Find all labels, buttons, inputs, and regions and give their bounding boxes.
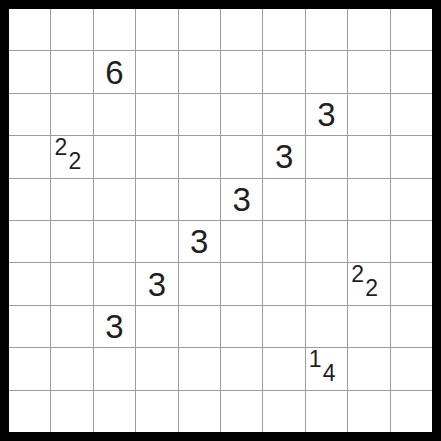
cell-r8c9[interactable] [391, 348, 432, 389]
cell-r5c6[interactable] [263, 221, 304, 262]
cell-r9c2[interactable] [94, 391, 135, 432]
cell-r7c6[interactable] [263, 306, 304, 347]
clue-number: 3 [317, 98, 335, 131]
cell-r4c0[interactable] [9, 179, 50, 220]
cell-r1c3[interactable] [136, 51, 177, 92]
cell-r4c4[interactable] [179, 179, 220, 220]
cell-r5c1[interactable] [51, 221, 92, 262]
cell-r0c2[interactable] [94, 9, 135, 50]
cell-r5c9[interactable] [391, 221, 432, 262]
cell-r6c0[interactable] [9, 263, 50, 304]
cell-r9c5[interactable] [221, 391, 262, 432]
cell-r9c0[interactable] [9, 391, 50, 432]
clue-number: 3 [233, 183, 251, 216]
cell-r2c4[interactable] [179, 94, 220, 135]
clue-number: 1 [309, 348, 322, 371]
cell-r1c4[interactable] [179, 51, 220, 92]
cell-r6c6[interactable] [263, 263, 304, 304]
clue-number: 2 [351, 263, 364, 286]
clue-cell-r6c8: 22 [348, 263, 389, 304]
cell-r1c0[interactable] [9, 51, 50, 92]
clue-cell-r8c7: 14 [306, 348, 347, 389]
cell-r3c5[interactable] [221, 136, 262, 177]
cell-r7c1[interactable] [51, 306, 92, 347]
cell-r2c0[interactable] [9, 94, 50, 135]
cell-r0c3[interactable] [136, 9, 177, 50]
clue-number: 3 [105, 310, 123, 343]
clue-number: 6 [105, 56, 123, 89]
cell-r5c0[interactable] [9, 221, 50, 262]
cell-r2c5[interactable] [221, 94, 262, 135]
cell-r8c2[interactable] [94, 348, 135, 389]
cell-r5c3[interactable] [136, 221, 177, 262]
clue-number: 3 [148, 268, 166, 301]
clue-cell-r3c1: 22 [51, 136, 92, 177]
cell-r1c6[interactable] [263, 51, 304, 92]
cell-r8c4[interactable] [179, 348, 220, 389]
clue-cell-r3c6: 3 [263, 136, 304, 177]
puzzle-grid: 6322333322314 [9, 9, 432, 432]
cell-r1c7[interactable] [306, 51, 347, 92]
cell-r8c0[interactable] [9, 348, 50, 389]
cell-r2c1[interactable] [51, 94, 92, 135]
cell-r1c1[interactable] [51, 51, 92, 92]
cell-r6c2[interactable] [94, 263, 135, 304]
clue-number: 2 [54, 136, 67, 159]
cell-r7c5[interactable] [221, 306, 262, 347]
cell-r3c0[interactable] [9, 136, 50, 177]
cell-r4c9[interactable] [391, 179, 432, 220]
cell-r3c8[interactable] [348, 136, 389, 177]
cell-r7c3[interactable] [136, 306, 177, 347]
cell-r2c8[interactable] [348, 94, 389, 135]
cell-r5c8[interactable] [348, 221, 389, 262]
cell-r9c9[interactable] [391, 391, 432, 432]
cell-r0c5[interactable] [221, 9, 262, 50]
cell-r4c2[interactable] [94, 179, 135, 220]
cell-r2c6[interactable] [263, 94, 304, 135]
cell-r7c0[interactable] [9, 306, 50, 347]
cell-r0c1[interactable] [51, 9, 92, 50]
cell-r9c6[interactable] [263, 391, 304, 432]
clue-cell-r4c5: 3 [221, 179, 262, 220]
clue-number: 2 [68, 150, 81, 173]
cell-r2c9[interactable] [391, 94, 432, 135]
cell-r9c1[interactable] [51, 391, 92, 432]
cell-r8c8[interactable] [348, 348, 389, 389]
cell-r5c2[interactable] [94, 221, 135, 262]
clue-number: 3 [275, 140, 293, 173]
clue-cell-r2c7: 3 [306, 94, 347, 135]
cell-r4c1[interactable] [51, 179, 92, 220]
cell-r8c1[interactable] [51, 348, 92, 389]
cell-r1c5[interactable] [221, 51, 262, 92]
cell-r9c3[interactable] [136, 391, 177, 432]
clue-cell-r7c2: 3 [94, 306, 135, 347]
cell-r0c9[interactable] [391, 9, 432, 50]
cell-r4c6[interactable] [263, 179, 304, 220]
cell-r0c4[interactable] [179, 9, 220, 50]
cell-r0c0[interactable] [9, 9, 50, 50]
cell-r2c2[interactable] [94, 94, 135, 135]
clue-number: 4 [323, 362, 336, 385]
cell-r6c4[interactable] [179, 263, 220, 304]
cell-r8c6[interactable] [263, 348, 304, 389]
clue-cell-r6c3: 3 [136, 263, 177, 304]
cell-r4c7[interactable] [306, 179, 347, 220]
cell-r0c7[interactable] [306, 9, 347, 50]
cell-r6c5[interactable] [221, 263, 262, 304]
cell-r8c3[interactable] [136, 348, 177, 389]
cell-r6c1[interactable] [51, 263, 92, 304]
clue-number: 3 [190, 225, 208, 258]
cell-r7c4[interactable] [179, 306, 220, 347]
clue-number: 2 [365, 277, 378, 300]
cell-r9c4[interactable] [179, 391, 220, 432]
cell-r4c3[interactable] [136, 179, 177, 220]
cell-r2c3[interactable] [136, 94, 177, 135]
cell-r3c9[interactable] [391, 136, 432, 177]
clue-cell-r1c2: 6 [94, 51, 135, 92]
cell-r3c3[interactable] [136, 136, 177, 177]
cell-r3c7[interactable] [306, 136, 347, 177]
cell-r6c7[interactable] [306, 263, 347, 304]
cell-r3c4[interactable] [179, 136, 220, 177]
cell-r1c8[interactable] [348, 51, 389, 92]
cell-r9c7[interactable] [306, 391, 347, 432]
cell-r0c6[interactable] [263, 9, 304, 50]
cell-r6c9[interactable] [391, 263, 432, 304]
cell-r9c8[interactable] [348, 391, 389, 432]
cell-r5c5[interactable] [221, 221, 262, 262]
clue-cell-r5c4: 3 [179, 221, 220, 262]
tapa-board: 6322333322314 [0, 0, 441, 441]
cell-r7c9[interactable] [391, 306, 432, 347]
cell-r0c8[interactable] [348, 9, 389, 50]
cell-r1c9[interactable] [391, 51, 432, 92]
cell-r4c8[interactable] [348, 179, 389, 220]
cell-r7c8[interactable] [348, 306, 389, 347]
cell-r5c7[interactable] [306, 221, 347, 262]
cell-r3c2[interactable] [94, 136, 135, 177]
cell-r7c7[interactable] [306, 306, 347, 347]
cell-r8c5[interactable] [221, 348, 262, 389]
